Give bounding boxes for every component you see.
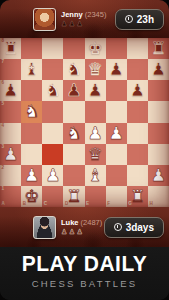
square-b3[interactable] xyxy=(21,144,42,165)
black-knight-piece[interactable]: ♞ xyxy=(66,61,81,78)
captured-pawn-icon: ♟ xyxy=(69,228,77,236)
square-f5[interactable] xyxy=(106,101,127,122)
rank-label: 5 xyxy=(2,102,5,107)
file-label: E xyxy=(86,202,89,207)
opponent-timer-badge: 23h xyxy=(115,9,164,30)
square-d3[interactable] xyxy=(63,144,84,165)
captured-pawn-icon: ♟ xyxy=(77,228,85,236)
white-knight-piece[interactable]: ♞ xyxy=(66,125,81,142)
white-pawn-piece[interactable]: ♟ xyxy=(109,125,124,142)
white-pawn-piece[interactable]: ♟ xyxy=(87,125,102,142)
black-pawn-piece[interactable]: ♟ xyxy=(66,82,81,99)
black-pawn-piece[interactable]: ♟ xyxy=(87,82,102,99)
player-bar: Luke (2487) ♟♟♟ 3days xyxy=(0,207,169,247)
square-d2[interactable] xyxy=(63,165,84,186)
white-pawn-piece[interactable]: ♟ xyxy=(151,167,166,184)
square-e5[interactable] xyxy=(85,101,106,122)
black-pawn-piece[interactable]: ♟ xyxy=(109,61,124,78)
square-d1[interactable]: D♜ xyxy=(63,186,84,207)
opponent-avatar[interactable] xyxy=(33,8,56,31)
square-c7[interactable] xyxy=(42,59,63,80)
white-queen-piece[interactable]: ♛ xyxy=(87,146,102,163)
square-a4[interactable]: 4 xyxy=(0,123,21,144)
white-king-piece[interactable]: ♚ xyxy=(24,188,39,205)
square-b1[interactable]: B♚ xyxy=(21,186,42,207)
white-pawn-piece[interactable]: ♟ xyxy=(3,146,18,163)
square-f4[interactable]: ♟ xyxy=(106,123,127,144)
chess-board: 8♜♚♜7♝♞♛♟♟6♟♞♟♟♟5♞4♞♟♟3♟♛2♟♟♝♟1AB♚CD♜EFG… xyxy=(0,38,169,207)
square-d8[interactable] xyxy=(63,38,84,59)
opponent-info: Jenny (2345) ♟♟♟ xyxy=(61,10,115,28)
square-d7[interactable]: ♞ xyxy=(63,59,84,80)
white-bishop-piece[interactable]: ♝ xyxy=(87,167,102,184)
square-h8[interactable]: ♜ xyxy=(148,38,169,59)
square-e4[interactable]: ♟ xyxy=(85,123,106,144)
rank-label: 8 xyxy=(2,39,5,44)
white-pawn-piece[interactable]: ♟ xyxy=(24,167,39,184)
square-h7[interactable]: ♟ xyxy=(148,59,169,80)
square-c4[interactable] xyxy=(42,123,63,144)
square-g8[interactable] xyxy=(127,38,148,59)
black-pawn-piece[interactable]: ♟ xyxy=(3,82,18,99)
square-d5[interactable] xyxy=(63,101,84,122)
square-c5[interactable] xyxy=(42,101,63,122)
player-rating: (2487) xyxy=(81,218,103,227)
player-name: Luke xyxy=(61,218,79,227)
square-c6[interactable]: ♞ xyxy=(42,80,63,101)
square-f7[interactable]: ♟ xyxy=(106,59,127,80)
square-e6[interactable]: ♟ xyxy=(85,80,106,101)
black-knight-piece[interactable]: ♞ xyxy=(45,82,60,99)
square-a2[interactable]: 2 xyxy=(0,165,21,186)
opponent-bar: Jenny (2345) ♟♟♟ 23h xyxy=(0,0,169,38)
rank-label: 1 xyxy=(2,187,5,192)
file-label: A xyxy=(2,202,5,207)
square-g5[interactable] xyxy=(127,101,148,122)
square-g7[interactable] xyxy=(127,59,148,80)
player-avatar[interactable] xyxy=(33,216,56,239)
square-a3[interactable]: 3♟ xyxy=(0,144,21,165)
square-h3[interactable] xyxy=(148,144,169,165)
square-e7[interactable]: ♛ xyxy=(85,59,106,80)
square-h6[interactable] xyxy=(148,80,169,101)
file-label: G xyxy=(128,202,132,207)
square-a6[interactable]: 6♟ xyxy=(0,80,21,101)
square-b6[interactable] xyxy=(21,80,42,101)
square-g4[interactable] xyxy=(127,123,148,144)
white-knight-piece[interactable]: ♞ xyxy=(24,103,39,120)
square-b4[interactable] xyxy=(21,123,42,144)
square-c2[interactable]: ♟ xyxy=(42,165,63,186)
square-e3[interactable]: ♛ xyxy=(85,144,106,165)
opponent-name: Jenny xyxy=(61,10,83,19)
black-rook-piece[interactable]: ♜ xyxy=(151,40,166,57)
black-pawn-piece[interactable]: ♟ xyxy=(151,61,166,78)
square-c3[interactable] xyxy=(42,144,63,165)
opponent-captured-pieces: ♟♟♟ xyxy=(61,20,115,28)
black-king-piece[interactable]: ♚ xyxy=(87,40,102,57)
square-h2[interactable]: ♟ xyxy=(148,165,169,186)
square-h4[interactable] xyxy=(148,123,169,144)
player-info: Luke (2487) ♟♟♟ xyxy=(61,218,104,236)
square-g1[interactable]: G♜ xyxy=(127,186,148,207)
square-e2[interactable]: ♝ xyxy=(85,165,106,186)
captured-pawn-icon: ♟ xyxy=(61,228,69,236)
square-f2[interactable] xyxy=(106,165,127,186)
square-b7[interactable]: ♝ xyxy=(21,59,42,80)
chess-app-card: Jenny (2345) ♟♟♟ 23h 8♜♚♜7♝♞♛♟♟6♟♞♟♟♟5♞4… xyxy=(0,0,169,300)
player-timer-value: 3days xyxy=(126,222,154,233)
square-h5[interactable] xyxy=(148,101,169,122)
player-captured-pieces: ♟♟♟ xyxy=(61,228,104,236)
opponent-timer-value: 23h xyxy=(137,14,154,25)
banner-title: PLAY DAILY xyxy=(22,252,148,275)
square-f1[interactable]: F xyxy=(106,186,127,207)
black-queen-piece[interactable]: ♛ xyxy=(87,61,102,78)
black-rook-piece[interactable]: ♜ xyxy=(3,40,18,57)
square-a1[interactable]: 1A xyxy=(0,186,21,207)
rank-label: 6 xyxy=(2,81,5,86)
promo-banner: PLAY DAILY CHESS BATTLES xyxy=(0,247,169,300)
square-a8[interactable]: 8♜ xyxy=(0,38,21,59)
white-rook-piece[interactable]: ♜ xyxy=(66,188,81,205)
white-pawn-piece[interactable]: ♟ xyxy=(45,167,60,184)
clock-icon xyxy=(114,223,122,231)
square-e8[interactable]: ♚ xyxy=(85,38,106,59)
file-label: B xyxy=(23,202,26,207)
captured-pawn-icon: ♟ xyxy=(69,20,77,28)
clock-icon xyxy=(125,15,133,23)
file-label: F xyxy=(107,202,110,207)
square-c1[interactable]: C xyxy=(42,186,63,207)
rank-label: 3 xyxy=(2,145,5,150)
square-c8[interactable] xyxy=(42,38,63,59)
square-d4[interactable]: ♞ xyxy=(63,123,84,144)
black-pawn-piece[interactable]: ♟ xyxy=(130,82,145,99)
square-b2[interactable]: ♟ xyxy=(21,165,42,186)
file-label: H xyxy=(149,202,152,207)
square-d6[interactable]: ♟ xyxy=(63,80,84,101)
captured-pawn-icon: ♟ xyxy=(77,20,85,28)
square-f8[interactable] xyxy=(106,38,127,59)
rank-label: 2 xyxy=(2,166,5,171)
square-b8[interactable] xyxy=(21,38,42,59)
square-h1[interactable]: H xyxy=(148,186,169,207)
opponent-rating: (2345) xyxy=(85,10,107,19)
file-label: D xyxy=(65,202,68,207)
square-a7[interactable]: 7 xyxy=(0,59,21,80)
square-b5[interactable]: ♞ xyxy=(21,101,42,122)
square-g3[interactable] xyxy=(127,144,148,165)
rank-label: 4 xyxy=(2,124,5,129)
square-e1[interactable]: E xyxy=(85,186,106,207)
player-timer-badge: 3days xyxy=(104,217,164,238)
black-bishop-piece[interactable]: ♝ xyxy=(24,61,39,78)
square-g6[interactable]: ♟ xyxy=(127,80,148,101)
square-f3[interactable] xyxy=(106,144,127,165)
square-a5[interactable]: 5 xyxy=(0,101,21,122)
captured-pawn-icon: ♟ xyxy=(61,20,69,28)
square-f6[interactable] xyxy=(106,80,127,101)
file-label: C xyxy=(44,202,47,207)
banner-subtitle: CHESS BATTLES xyxy=(32,278,138,290)
square-g2[interactable] xyxy=(127,165,148,186)
rank-label: 7 xyxy=(2,60,5,65)
